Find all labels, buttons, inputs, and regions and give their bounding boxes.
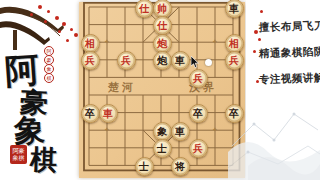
red-piece-兵-f9r4[interactable]: 兵 (225, 51, 244, 70)
red-piece-相-f1r3[interactable]: 相 (81, 34, 100, 53)
plum-accent (253, 50, 256, 53)
right-tagline-panel: 擅长布局飞刀 精通象棋陷阱 专注视频讲解 (246, 0, 320, 180)
red-piece-兵-f3r4[interactable]: 兵 (117, 51, 136, 70)
seal-stamp: 阿豪 象棋 (10, 145, 27, 164)
brand-badge-4: 棋 (44, 73, 54, 83)
black-piece-車-f6r4[interactable]: 車 (171, 51, 190, 70)
river-label-left: 楚河 (108, 80, 136, 95)
black-piece-将-f6r10[interactable]: 将 (171, 157, 190, 176)
move-hint-dot[interactable] (205, 59, 212, 66)
plum-blossom (62, 22, 66, 26)
plum-blossom (38, 5, 42, 9)
tagline-line-1: 擅长布局飞刀 (259, 19, 319, 35)
black-piece-卒-f7r7[interactable]: 卒 (189, 104, 208, 123)
star-point-marker: ✦ (212, 126, 218, 134)
xiangqi-board[interactable]: 楚河 汉界 ✦✦✦✦ 仕帅車仕相炮相兵兵炮車兵兵卒車卒卒象車士兵士将 (79, 2, 245, 178)
red-piece-兵-f7r9[interactable]: 兵 (189, 139, 208, 158)
channel-title-char-4: 棋 (29, 142, 57, 179)
seal-line-2: 象棋 (10, 155, 27, 162)
tagline-line-3: 专注视频讲解 (259, 71, 319, 87)
red-piece-仕-f4r1[interactable]: 仕 (135, 0, 154, 18)
plum-accent (254, 30, 258, 34)
black-piece-卒-f9r7[interactable]: 卒 (225, 104, 244, 123)
red-piece-相-f9r3[interactable]: 相 (225, 34, 244, 53)
black-piece-炮-f5r4[interactable]: 炮 (153, 51, 172, 70)
black-piece-象-f5r8[interactable]: 象 (153, 122, 172, 141)
plum-blossom (66, 39, 69, 42)
black-piece-士-f4r10[interactable]: 士 (135, 157, 154, 176)
red-piece-帅-f5r1[interactable]: 帅 (153, 0, 172, 18)
red-piece-兵-f7r5[interactable]: 兵 (189, 69, 208, 88)
plum-blossom (44, 20, 47, 23)
black-piece-車-f6r8[interactable]: 車 (171, 122, 190, 141)
thumbnail-stage: 阿豪象棋 阿 豪 象 棋 阿豪 象棋 楚河 汉界 ✦✦✦✦ 仕帅車仕相炮相兵兵炮… (0, 0, 320, 180)
plum-accent (256, 80, 259, 83)
red-piece-車-f2r7[interactable]: 車 (99, 104, 118, 123)
star-point-marker: ✦ (104, 38, 110, 46)
red-piece-炮-f5r3[interactable]: 炮 (153, 34, 172, 53)
left-brand-panel: 阿豪象棋 阿 豪 象 棋 阿豪 象棋 (0, 0, 78, 180)
black-piece-車-f9r1[interactable]: 車 (225, 0, 244, 18)
red-piece-兵-f1r4[interactable]: 兵 (81, 51, 100, 70)
tagline-line-2: 精通象棋陷阱 (259, 45, 319, 61)
mouse-cursor-icon (191, 56, 200, 68)
star-point-marker: ✦ (212, 38, 218, 46)
plum-accent (260, 10, 263, 13)
plum-blossom (74, 33, 78, 37)
star-point-marker: ✦ (104, 126, 110, 134)
plum-blossom (58, 30, 61, 33)
plum-blossom (30, 13, 33, 16)
plum-blossom (47, 10, 50, 13)
red-piece-仕-f5r2[interactable]: 仕 (153, 16, 172, 35)
plum-blossom (70, 28, 73, 31)
plum-blossom (55, 16, 59, 20)
black-piece-士-f5r9[interactable]: 士 (153, 139, 172, 158)
black-piece-卒-f1r7[interactable]: 卒 (81, 104, 100, 123)
plum-accent (258, 38, 261, 41)
